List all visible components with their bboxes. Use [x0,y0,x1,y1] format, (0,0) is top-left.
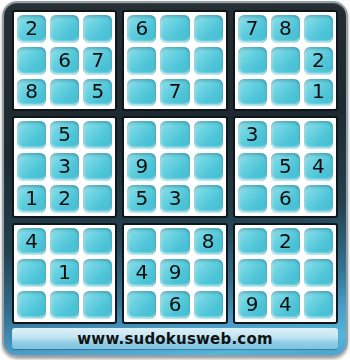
cell-r2c9[interactable]: 2 [304,47,333,75]
cell-value: 3 [169,188,182,208]
cell-r8c6[interactable] [194,259,223,287]
cell-r5c3[interactable] [83,153,112,181]
sudoku-box-4: 5312 [12,116,117,217]
cell-r6c2[interactable]: 2 [50,185,79,213]
sudoku-box-7: 41 [12,223,117,324]
cell-r6c7[interactable] [238,185,267,213]
cell-value: 5 [91,81,104,101]
cell-r4c5[interactable] [160,121,189,149]
cell-r4c9[interactable] [304,121,333,149]
cell-r3c1[interactable]: 8 [17,79,46,107]
cell-r2c1[interactable] [17,47,46,75]
cell-r7c3[interactable] [83,228,112,256]
cell-r4c2[interactable]: 5 [50,121,79,149]
cell-r1c4[interactable]: 6 [127,15,156,43]
cell-r4c4[interactable] [127,121,156,149]
cell-r6c1[interactable]: 1 [17,185,46,213]
website-link[interactable]: www.sudokusweb.com [77,330,272,348]
cell-r7c8[interactable]: 2 [271,228,300,256]
cell-value: 1 [25,188,38,208]
cell-r4c3[interactable] [83,121,112,149]
cell-r3c4[interactable] [127,79,156,107]
cell-value: 5 [279,156,292,176]
cell-value: 9 [169,262,182,282]
cell-r8c4[interactable]: 4 [127,259,156,287]
cell-r9c1[interactable] [17,291,46,319]
cell-r1c7[interactable]: 7 [238,15,267,43]
cell-value: 6 [279,188,292,208]
cell-value: 7 [91,50,104,70]
cell-r7c7[interactable] [238,228,267,256]
cell-r4c6[interactable] [194,121,223,149]
cell-r8c9[interactable] [304,259,333,287]
cell-r6c5[interactable]: 3 [160,185,189,213]
cell-r6c4[interactable]: 5 [127,185,156,213]
sudoku-box-5: 953 [122,116,227,217]
cell-r5c7[interactable] [238,153,267,181]
cell-r1c8[interactable]: 8 [271,15,300,43]
sudoku-box-2: 67 [122,10,227,111]
cell-r1c2[interactable] [50,15,79,43]
cell-value: 5 [136,188,149,208]
cell-value: 2 [279,231,292,251]
sudoku-box-8: 8496 [122,223,227,324]
cell-r3c5[interactable]: 7 [160,79,189,107]
cell-r7c2[interactable] [50,228,79,256]
cell-r5c1[interactable] [17,153,46,181]
sudoku-box-6: 3546 [233,116,338,217]
cell-r1c6[interactable] [194,15,223,43]
cell-r9c5[interactable]: 6 [160,291,189,319]
cell-r3c8[interactable] [271,79,300,107]
cell-r8c3[interactable] [83,259,112,287]
cell-r7c4[interactable] [127,228,156,256]
cell-value: 6 [136,18,149,38]
cell-r5c2[interactable]: 3 [50,153,79,181]
cell-r9c6[interactable] [194,291,223,319]
cell-value: 2 [25,18,38,38]
cell-r8c5[interactable]: 9 [160,259,189,287]
cell-r4c8[interactable] [271,121,300,149]
cell-value: 2 [58,188,71,208]
board-plaque: 2678567782153129533546418496294 www.sudo… [2,1,348,357]
cell-value: 4 [312,156,325,176]
cell-r8c2[interactable]: 1 [50,259,79,287]
cell-value: 4 [279,294,292,314]
cell-r2c2[interactable]: 6 [50,47,79,75]
cell-r2c7[interactable] [238,47,267,75]
cell-r2c4[interactable] [127,47,156,75]
cell-value: 5 [58,124,71,144]
cell-value: 8 [25,81,38,101]
cell-r3c2[interactable] [50,79,79,107]
cell-value: 1 [312,81,325,101]
cell-value: 7 [169,81,182,101]
cell-r4c1[interactable] [17,121,46,149]
cell-r6c3[interactable] [83,185,112,213]
cell-value: 6 [169,294,182,314]
cell-r5c4[interactable]: 9 [127,153,156,181]
cell-r3c7[interactable] [238,79,267,107]
cell-r9c8[interactable]: 4 [271,291,300,319]
cell-value: 2 [312,50,325,70]
sudoku-box-1: 26785 [12,10,117,111]
cell-r2c3[interactable]: 7 [83,47,112,75]
sudoku-box-3: 7821 [233,10,338,111]
cell-r7c5[interactable] [160,228,189,256]
cell-value: 7 [246,18,259,38]
sudoku-app: 2678567782153129533546418496294 www.sudo… [0,0,350,360]
cell-value: 8 [279,18,292,38]
cell-value: 4 [136,262,149,282]
cell-r4c7[interactable]: 3 [238,121,267,149]
cell-r3c6[interactable] [194,79,223,107]
cell-r1c9[interactable] [304,15,333,43]
cell-value: 6 [58,50,71,70]
cell-value: 4 [25,231,38,251]
cell-r6c8[interactable]: 6 [271,185,300,213]
cell-r5c5[interactable] [160,153,189,181]
cell-r9c2[interactable] [50,291,79,319]
cell-value: 8 [202,231,215,251]
cell-r1c3[interactable] [83,15,112,43]
cell-r3c3[interactable]: 5 [83,79,112,107]
cell-r5c6[interactable] [194,153,223,181]
cell-r9c9[interactable] [304,291,333,319]
cell-r2c8[interactable] [271,47,300,75]
cell-r9c4[interactable] [127,291,156,319]
cell-r6c9[interactable] [304,185,333,213]
cell-r7c6[interactable]: 8 [194,228,223,256]
footer-band: www.sudokusweb.com [12,328,338,349]
cell-r6c6[interactable] [194,185,223,213]
cell-r5c9[interactable]: 4 [304,153,333,181]
cell-r1c1[interactable]: 2 [17,15,46,43]
cell-value: 3 [246,124,259,144]
cell-r7c9[interactable] [304,228,333,256]
cell-r8c8[interactable] [271,259,300,287]
cell-value: 9 [246,294,259,314]
cell-value: 3 [58,156,71,176]
cell-r7c1[interactable]: 4 [17,228,46,256]
cell-r2c5[interactable] [160,47,189,75]
cell-value: 9 [136,156,149,176]
cell-value: 1 [58,262,71,282]
cell-r9c3[interactable] [83,291,112,319]
cell-r8c1[interactable] [17,259,46,287]
cell-r9c7[interactable]: 9 [238,291,267,319]
cell-r2c6[interactable] [194,47,223,75]
cell-r1c5[interactable] [160,15,189,43]
sudoku-board: 2678567782153129533546418496294 [12,10,338,324]
cell-r3c9[interactable]: 1 [304,79,333,107]
cell-r5c8[interactable]: 5 [271,153,300,181]
cell-r8c7[interactable] [238,259,267,287]
sudoku-box-9: 294 [233,223,338,324]
